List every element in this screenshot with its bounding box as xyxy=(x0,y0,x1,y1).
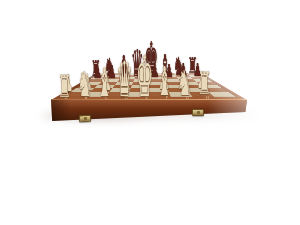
pieces-layer: ♜♞♝♛♚♝♞♜♟♟♟♟♟♟♟♟♟♟♟♟♟♟♟♟♜♞♝♛♚♝♞♜ xyxy=(0,0,300,225)
white-knight-b1: ♞ xyxy=(77,68,92,103)
white-king-e1: ♚ xyxy=(136,48,153,105)
white-knight-g1: ♞ xyxy=(177,66,192,101)
white-rook-a1: ♜ xyxy=(58,71,71,102)
white-rook-h1: ♜ xyxy=(198,69,211,100)
white-bishop-f1: ♝ xyxy=(157,62,171,102)
white-queen-d1: ♛ xyxy=(116,55,132,104)
white-bishop-c1: ♝ xyxy=(97,63,111,103)
chess-set-photo: ABCDEFGH ♜♞♝♛♚♝♞♜♟♟♟♟♟♟♟♟♟♟♟♟♟♟♟♟♜♞♝♛♚♝♞… xyxy=(0,0,300,225)
